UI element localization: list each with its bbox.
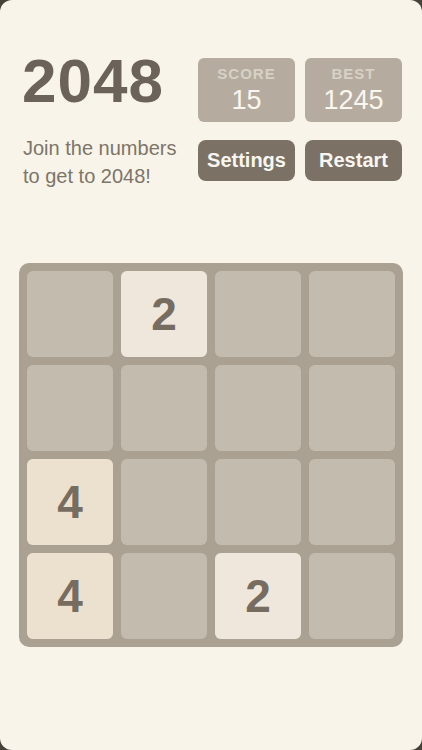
app-screen: 2048 Join the numbers to get to 2048! SC… <box>0 0 422 750</box>
tile-4: 4 <box>27 459 113 545</box>
cell-r2c3 <box>215 365 301 451</box>
cell-r3c4 <box>309 459 395 545</box>
board[interactable]: 2442 <box>19 263 403 647</box>
cell-r4c2 <box>121 553 207 639</box>
cell-r1c3 <box>215 271 301 357</box>
page-title: 2048 <box>22 50 164 112</box>
best-label: BEST <box>331 65 375 82</box>
restart-button[interactable]: Restart <box>305 140 402 181</box>
settings-button[interactable]: Settings <box>198 140 295 181</box>
cell-r1c4 <box>309 271 395 357</box>
best-box: BEST 1245 <box>305 58 402 122</box>
best-value: 1245 <box>323 85 383 116</box>
cell-r3c2 <box>121 459 207 545</box>
score-label: SCORE <box>217 65 275 82</box>
tile-2: 2 <box>215 553 301 639</box>
tile-4: 4 <box>27 553 113 639</box>
cell-r4c3: 2 <box>215 553 301 639</box>
score-box: SCORE 15 <box>198 58 295 122</box>
cell-r2c2 <box>121 365 207 451</box>
cell-r2c1 <box>27 365 113 451</box>
cell-r1c1 <box>27 271 113 357</box>
cell-r3c3 <box>215 459 301 545</box>
cell-r2c4 <box>309 365 395 451</box>
tile-2: 2 <box>121 271 207 357</box>
cell-r1c2: 2 <box>121 271 207 357</box>
game-subtitle: Join the numbers to get to 2048! <box>23 134 176 190</box>
cell-r4c1: 4 <box>27 553 113 639</box>
cell-r3c1: 4 <box>27 459 113 545</box>
score-value: 15 <box>231 85 261 116</box>
cell-r4c4 <box>309 553 395 639</box>
